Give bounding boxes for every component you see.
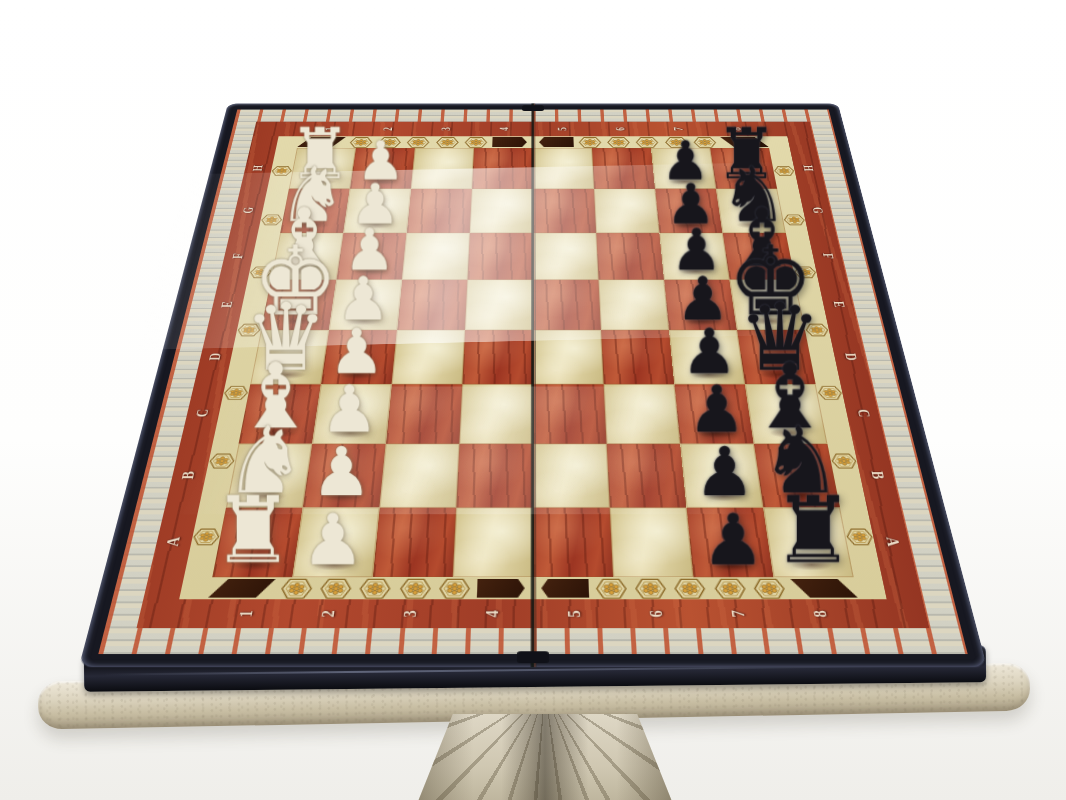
square-a5 [533, 507, 613, 577]
honeycomb-hexagon-inlay [348, 136, 374, 147]
inlay-trapezoid [539, 137, 574, 147]
square-b4 [456, 443, 533, 507]
coord-number: 5 [555, 582, 593, 647]
square-h3 [411, 148, 474, 189]
square-b5 [533, 443, 610, 507]
square-g5 [533, 189, 596, 233]
white-pawn: ♟ [320, 379, 378, 441]
photo-scene: 12345678 12345678 HGFEDCBA HGFEDCBA ♜♟♟♜… [0, 0, 1066, 800]
honeycomb-hexagon-inlay [358, 578, 393, 599]
hexagon-row [272, 578, 477, 599]
square-a8: ♜ [763, 507, 854, 577]
coord-number: 6 [636, 582, 677, 647]
square-c3 [386, 384, 463, 443]
square-a1: ♜ [212, 507, 303, 577]
black-pawn: ♟ [694, 440, 755, 504]
black-pawn: ♟ [688, 379, 746, 441]
square-c6 [604, 384, 681, 443]
square-a6 [610, 507, 694, 577]
square-e6 [599, 280, 669, 330]
chess-board: 12345678 12345678 HGFEDCBA HGFEDCBA ♜♟♟♜… [79, 103, 988, 667]
honeycomb-hexagon-inlay [435, 136, 460, 147]
coord-letter: A [843, 528, 940, 554]
black-pawn: ♟ [701, 506, 764, 573]
hinge-notch [517, 651, 549, 663]
square-d5 [533, 330, 604, 384]
square-a3 [373, 507, 457, 577]
square-c5 [533, 384, 607, 443]
hinge-notch [522, 105, 544, 111]
honeycomb-hexagon-inlay [606, 136, 631, 147]
square-a7: ♟ [687, 507, 774, 577]
honeycomb-hexagon-inlay [463, 136, 488, 147]
square-d4 [462, 330, 533, 384]
honeycomb-hexagon-inlay [673, 578, 708, 599]
square-a4 [453, 507, 533, 577]
square-g4 [470, 189, 533, 233]
white-rook: ♜ [212, 486, 294, 573]
board-fold-seam [530, 103, 536, 667]
coord-letter: A [125, 528, 222, 554]
square-d3 [392, 330, 465, 384]
square-c4 [459, 384, 533, 443]
perspective-wrapper: 12345678 12345678 HGFEDCBA HGFEDCBA ♜♟♟♜… [0, 0, 1066, 800]
square-b6 [607, 443, 687, 507]
white-pawn: ♟ [301, 506, 364, 573]
honeycomb-hexagon-inlay [692, 136, 718, 147]
honeycomb-hexagon-inlay [635, 136, 660, 147]
coord-number: 4 [473, 582, 511, 647]
square-e4 [465, 280, 533, 330]
coord-number: 2 [305, 582, 349, 647]
hexagon-row [573, 136, 722, 147]
square-h6 [592, 148, 655, 189]
honeycomb-hexagon-inlay [595, 578, 629, 599]
inlay-trapezoid [492, 137, 527, 147]
coord-number: 3 [389, 582, 430, 647]
honeycomb-hexagon-inlay [578, 136, 603, 147]
square-h5 [533, 148, 594, 189]
square-a2: ♟ [292, 507, 379, 577]
inlay-trapezoid [721, 137, 769, 147]
square-g6 [594, 189, 659, 233]
white-pawn: ♟ [311, 440, 372, 504]
honeycomb-hexagon-inlay [663, 136, 689, 147]
black-rook: ♜ [772, 486, 854, 573]
square-e5 [533, 280, 601, 330]
honeycomb-hexagon-inlay [279, 578, 315, 599]
honeycomb-hexagon-inlay [751, 578, 787, 599]
square-h4 [472, 148, 533, 189]
hexagon-row [344, 136, 493, 147]
square-b3 [379, 443, 459, 507]
square-e3 [397, 280, 467, 330]
square-g3 [407, 189, 472, 233]
honeycomb-hexagon-inlay [377, 136, 403, 147]
honeycomb-hexagon-inlay [437, 578, 471, 599]
honeycomb-hexagon-inlay [406, 136, 431, 147]
inlay-trapezoid [297, 137, 345, 147]
square-d6 [601, 330, 674, 384]
hexagon-row [588, 578, 793, 599]
